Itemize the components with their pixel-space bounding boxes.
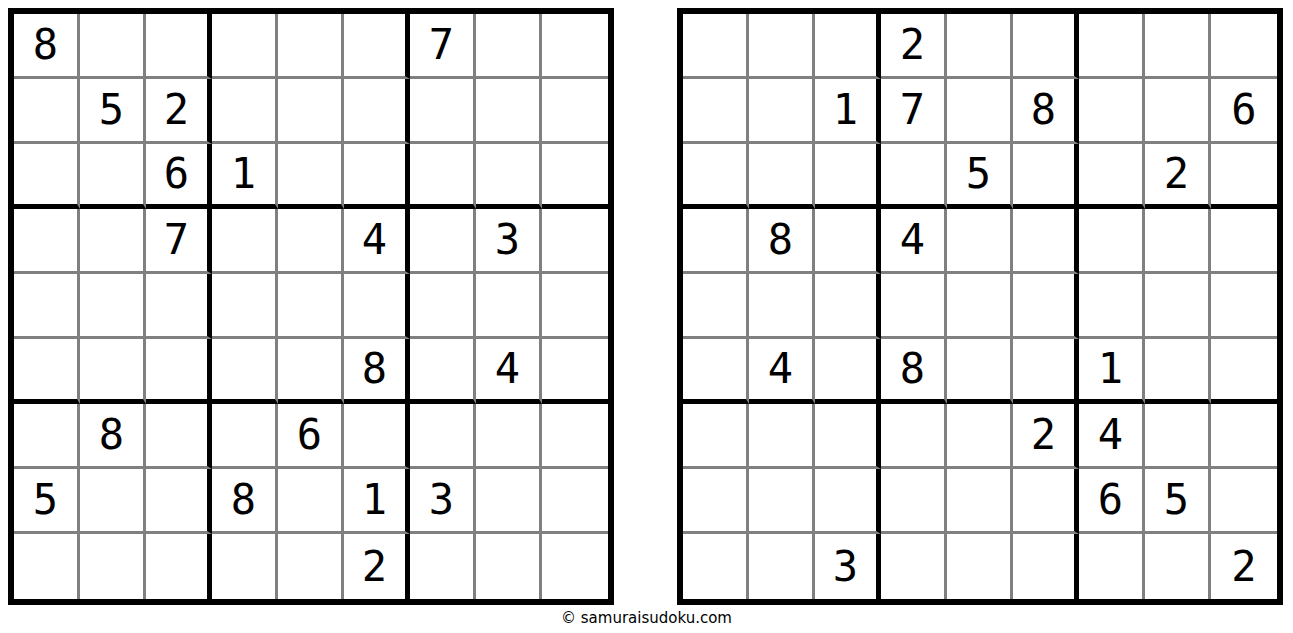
- sudoku-left-cell-r4c5[interactable]: [278, 209, 344, 274]
- sudoku-left-cell-r8c2[interactable]: [80, 469, 146, 534]
- sudoku-right-cell-r9c2[interactable]: [749, 534, 815, 599]
- sudoku-left-cell-r1c2[interactable]: [80, 14, 146, 79]
- sudoku-right-cell-r2c5[interactable]: [947, 79, 1013, 144]
- sudoku-right-cell-r4c9[interactable]: [1211, 209, 1277, 274]
- sudoku-right-cell-r8c3[interactable]: [815, 469, 881, 534]
- sudoku-right-cell-r7c8[interactable]: [1145, 404, 1211, 469]
- sudoku-right-cell-r1c4[interactable]: 2: [881, 14, 947, 79]
- sudoku-left-cell-r3c2[interactable]: [80, 144, 146, 209]
- sudoku-right-cell-r1c1[interactable]: [683, 14, 749, 79]
- sudoku-left-cell-r7c8[interactable]: [476, 404, 542, 469]
- sudoku-left-cell-r1c3[interactable]: [146, 14, 212, 79]
- sudoku-right-cell-r7c5[interactable]: [947, 404, 1013, 469]
- sudoku-right-cell-r9c1[interactable]: [683, 534, 749, 599]
- sudoku-left-cell-r4c3[interactable]: 7: [146, 209, 212, 274]
- sudoku-left-cell-r1c7[interactable]: 7: [410, 14, 476, 79]
- sudoku-right-cell-r3c2[interactable]: [749, 144, 815, 209]
- sudoku-left-cell-r7c3[interactable]: [146, 404, 212, 469]
- sudoku-right-cell-r2c8[interactable]: [1145, 79, 1211, 144]
- sudoku-right-cell-r3c6[interactable]: [1013, 144, 1079, 209]
- sudoku-right-cell-r4c6[interactable]: [1013, 209, 1079, 274]
- sudoku-right-cell-r6c7[interactable]: 1: [1079, 339, 1145, 404]
- sudoku-left-cell-r8c6[interactable]: 1: [344, 469, 410, 534]
- sudoku-right-cell-r2c9[interactable]: 6: [1211, 79, 1277, 144]
- sudoku-left-cell-r5c8[interactable]: [476, 274, 542, 339]
- sudoku-right-cell-r5c4[interactable]: [881, 274, 947, 339]
- sudoku-right-cell-r4c7[interactable]: [1079, 209, 1145, 274]
- sudoku-right-cell-r6c3[interactable]: [815, 339, 881, 404]
- sudoku-right-cell-r5c1[interactable]: [683, 274, 749, 339]
- sudoku-left-cell-r5c4[interactable]: [212, 274, 278, 339]
- sudoku-left-cell-r5c9[interactable]: [542, 274, 608, 339]
- sudoku-right-cell-r6c8[interactable]: [1145, 339, 1211, 404]
- sudoku-left-cell-r3c5[interactable]: [278, 144, 344, 209]
- sudoku-right-cell-r6c4[interactable]: 8: [881, 339, 947, 404]
- sudoku-left-cell-r7c7[interactable]: [410, 404, 476, 469]
- sudoku-left-cell-r2c4[interactable]: [212, 79, 278, 144]
- sudoku-left-cell-r5c6[interactable]: [344, 274, 410, 339]
- sudoku-right-cell-r9c8[interactable]: [1145, 534, 1211, 599]
- sudoku-right-cell-r2c2[interactable]: [749, 79, 815, 144]
- sudoku-left-cell-r2c1[interactable]: [14, 79, 80, 144]
- sudoku-left-cell-r8c9[interactable]: [542, 469, 608, 534]
- sudoku-left-cell-r9c2[interactable]: [80, 534, 146, 599]
- sudoku-left-cell-r2c2[interactable]: 5: [80, 79, 146, 144]
- sudoku-left-cell-r8c3[interactable]: [146, 469, 212, 534]
- sudoku-left-cell-r2c5[interactable]: [278, 79, 344, 144]
- sudoku-right-cell-r4c5[interactable]: [947, 209, 1013, 274]
- sudoku-right-cell-r4c2[interactable]: 8: [749, 209, 815, 274]
- sudoku-right-cell-r1c9[interactable]: [1211, 14, 1277, 79]
- sudoku-right-cell-r8c5[interactable]: [947, 469, 1013, 534]
- sudoku-right-cell-r9c5[interactable]: [947, 534, 1013, 599]
- sudoku-left-cell-r9c4[interactable]: [212, 534, 278, 599]
- sudoku-right-cell-r4c1[interactable]: [683, 209, 749, 274]
- sudoku-right-cell-r9c9[interactable]: 2: [1211, 534, 1277, 599]
- sudoku-right-cell-r3c9[interactable]: [1211, 144, 1277, 209]
- sudoku-left-cell-r4c1[interactable]: [14, 209, 80, 274]
- sudoku-right-cell-r7c1[interactable]: [683, 404, 749, 469]
- sudoku-right-cell-r8c1[interactable]: [683, 469, 749, 534]
- sudoku-left-cell-r7c9[interactable]: [542, 404, 608, 469]
- sudoku-left-cell-r6c5[interactable]: [278, 339, 344, 404]
- sudoku-right-cell-r8c2[interactable]: [749, 469, 815, 534]
- sudoku-right-cell-r2c4[interactable]: 7: [881, 79, 947, 144]
- sudoku-right-cell-r3c4[interactable]: [881, 144, 947, 209]
- sudoku-right-cell-r6c5[interactable]: [947, 339, 1013, 404]
- sudoku-right-cell-r1c6[interactable]: [1013, 14, 1079, 79]
- sudoku-left-cell-r3c4[interactable]: 1: [212, 144, 278, 209]
- sudoku-right-cell-r6c1[interactable]: [683, 339, 749, 404]
- sudoku-right-cell-r6c6[interactable]: [1013, 339, 1079, 404]
- sudoku-left-cell-r3c6[interactable]: [344, 144, 410, 209]
- sudoku-right-cell-r1c3[interactable]: [815, 14, 881, 79]
- sudoku-left-cell-r9c5[interactable]: [278, 534, 344, 599]
- sudoku-left-cell-r4c6[interactable]: 4: [344, 209, 410, 274]
- sudoku-right-cell-r3c3[interactable]: [815, 144, 881, 209]
- sudoku-left-cell-r7c2[interactable]: 8: [80, 404, 146, 469]
- sudoku-right-cell-r4c8[interactable]: [1145, 209, 1211, 274]
- sudoku-right-cell-r7c7[interactable]: 4: [1079, 404, 1145, 469]
- sudoku-right-cell-r5c7[interactable]: [1079, 274, 1145, 339]
- sudoku-left-cell-r6c9[interactable]: [542, 339, 608, 404]
- sudoku-left-cell-r1c8[interactable]: [476, 14, 542, 79]
- sudoku-right-cell-r7c9[interactable]: [1211, 404, 1277, 469]
- sudoku-left-cell-r3c9[interactable]: [542, 144, 608, 209]
- sudoku-right-cell-r3c1[interactable]: [683, 144, 749, 209]
- sudoku-left-cell-r4c2[interactable]: [80, 209, 146, 274]
- sudoku-left-cell-r4c4[interactable]: [212, 209, 278, 274]
- sudoku-right-cell-r1c8[interactable]: [1145, 14, 1211, 79]
- sudoku-left-cell-r7c5[interactable]: 6: [278, 404, 344, 469]
- sudoku-left-cell-r6c8[interactable]: 4: [476, 339, 542, 404]
- sudoku-left-cell-r2c9[interactable]: [542, 79, 608, 144]
- sudoku-left-cell-r3c7[interactable]: [410, 144, 476, 209]
- sudoku-board-left: 875261743848658132: [8, 8, 614, 605]
- sudoku-right-cell-r7c6[interactable]: 2: [1013, 404, 1079, 469]
- sudoku-left-cell-r5c1[interactable]: [14, 274, 80, 339]
- sudoku-right-cell-r1c2[interactable]: [749, 14, 815, 79]
- sudoku-right-cell-r2c6[interactable]: 8: [1013, 79, 1079, 144]
- sudoku-left-cell-r7c1[interactable]: [14, 404, 80, 469]
- sudoku-left-cell-r3c8[interactable]: [476, 144, 542, 209]
- sudoku-right-cell-r8c6[interactable]: [1013, 469, 1079, 534]
- sudoku-right-cell-r2c1[interactable]: [683, 79, 749, 144]
- sudoku-left-cell-r2c7[interactable]: [410, 79, 476, 144]
- sudoku-left-cell-r1c5[interactable]: [278, 14, 344, 79]
- sudoku-board-right: 217865284481246532: [677, 8, 1283, 605]
- sudoku-left-cell-r5c5[interactable]: [278, 274, 344, 339]
- sudoku-right-cell-r5c3[interactable]: [815, 274, 881, 339]
- site-credit: © samuraisudoku.com: [0, 609, 1293, 627]
- sudoku-right-cell-r2c7[interactable]: [1079, 79, 1145, 144]
- sudoku-left-cell-r9c8[interactable]: [476, 534, 542, 599]
- sudoku-left-cell-r1c4[interactable]: [212, 14, 278, 79]
- sudoku-left-cell-r7c4[interactable]: [212, 404, 278, 469]
- sudoku-left-cell-r6c1[interactable]: [14, 339, 80, 404]
- sudoku-left-cell-r3c3[interactable]: 6: [146, 144, 212, 209]
- sudoku-left-cell-r6c3[interactable]: [146, 339, 212, 404]
- sudoku-left-cell-r1c1[interactable]: 8: [14, 14, 80, 79]
- sudoku-left-cell-r6c6[interactable]: 8: [344, 339, 410, 404]
- sudoku-right-cell-r3c5[interactable]: 5: [947, 144, 1013, 209]
- sudoku-right-cell-r7c3[interactable]: [815, 404, 881, 469]
- sudoku-left-cell-r6c2[interactable]: [80, 339, 146, 404]
- sudoku-left-cell-r8c8[interactable]: [476, 469, 542, 534]
- sudoku-right-cell-r2c3[interactable]: 1: [815, 79, 881, 144]
- sudoku-right-cell-r9c7[interactable]: [1079, 534, 1145, 599]
- sudoku-left-cell-r2c6[interactable]: [344, 79, 410, 144]
- sudoku-left-cell-r9c6[interactable]: 2: [344, 534, 410, 599]
- sudoku-left-cell-r6c4[interactable]: [212, 339, 278, 404]
- sudoku-right-cell-r8c7[interactable]: 6: [1079, 469, 1145, 534]
- sudoku-right-cell-r4c3[interactable]: [815, 209, 881, 274]
- sudoku-right-cell-r1c7[interactable]: [1079, 14, 1145, 79]
- sudoku-right-cell-r3c8[interactable]: 2: [1145, 144, 1211, 209]
- sudoku-right-cell-r1c5[interactable]: [947, 14, 1013, 79]
- sudoku-left-cell-r4c8[interactable]: 3: [476, 209, 542, 274]
- sudoku-right-cell-r8c9[interactable]: [1211, 469, 1277, 534]
- sudoku-right-cell-r6c9[interactable]: [1211, 339, 1277, 404]
- sudoku-left-cell-r1c9[interactable]: [542, 14, 608, 79]
- sudoku-right-cell-r9c6[interactable]: [1013, 534, 1079, 599]
- sudoku-left-cell-r1c6[interactable]: [344, 14, 410, 79]
- sudoku-left-cell-r9c3[interactable]: [146, 534, 212, 599]
- sudoku-left-cell-r5c7[interactable]: [410, 274, 476, 339]
- sudoku-left-cell-r9c9[interactable]: [542, 534, 608, 599]
- sudoku-right-cell-r5c2[interactable]: [749, 274, 815, 339]
- sudoku-right-cell-r8c4[interactable]: [881, 469, 947, 534]
- sudoku-left-cell-r5c2[interactable]: [80, 274, 146, 339]
- sudoku-right-cell-r8c8[interactable]: 5: [1145, 469, 1211, 534]
- sudoku-right-cell-r5c8[interactable]: [1145, 274, 1211, 339]
- sudoku-left-cell-r5c3[interactable]: [146, 274, 212, 339]
- sudoku-left-cell-r6c7[interactable]: [410, 339, 476, 404]
- sudoku-right-cell-r6c2[interactable]: 4: [749, 339, 815, 404]
- sudoku-right-cell-r7c2[interactable]: [749, 404, 815, 469]
- sudoku-left-cell-r3c1[interactable]: [14, 144, 80, 209]
- sudoku-left-cell-r2c8[interactable]: [476, 79, 542, 144]
- sudoku-right-cell-r5c6[interactable]: [1013, 274, 1079, 339]
- sudoku-right-cell-r9c4[interactable]: [881, 534, 947, 599]
- sudoku-right-cell-r4c4[interactable]: 4: [881, 209, 947, 274]
- sudoku-right-cell-r5c9[interactable]: [1211, 274, 1277, 339]
- sudoku-left-cell-r9c7[interactable]: [410, 534, 476, 599]
- sudoku-left-cell-r4c9[interactable]: [542, 209, 608, 274]
- sudoku-right-cell-r7c4[interactable]: [881, 404, 947, 469]
- sudoku-right-cell-r9c3[interactable]: 3: [815, 534, 881, 599]
- sudoku-left-cell-r8c4[interactable]: 8: [212, 469, 278, 534]
- sudoku-right-cell-r5c5[interactable]: [947, 274, 1013, 339]
- sudoku-right-cell-r3c7[interactable]: [1079, 144, 1145, 209]
- sudoku-left-cell-r2c3[interactable]: 2: [146, 79, 212, 144]
- sudoku-left-cell-r7c6[interactable]: [344, 404, 410, 469]
- sudoku-left-cell-r8c1[interactable]: 5: [14, 469, 80, 534]
- sudoku-left-cell-r8c7[interactable]: 3: [410, 469, 476, 534]
- sudoku-left-cell-r8c5[interactable]: [278, 469, 344, 534]
- sudoku-left-cell-r9c1[interactable]: [14, 534, 80, 599]
- sudoku-left-cell-r4c7[interactable]: [410, 209, 476, 274]
